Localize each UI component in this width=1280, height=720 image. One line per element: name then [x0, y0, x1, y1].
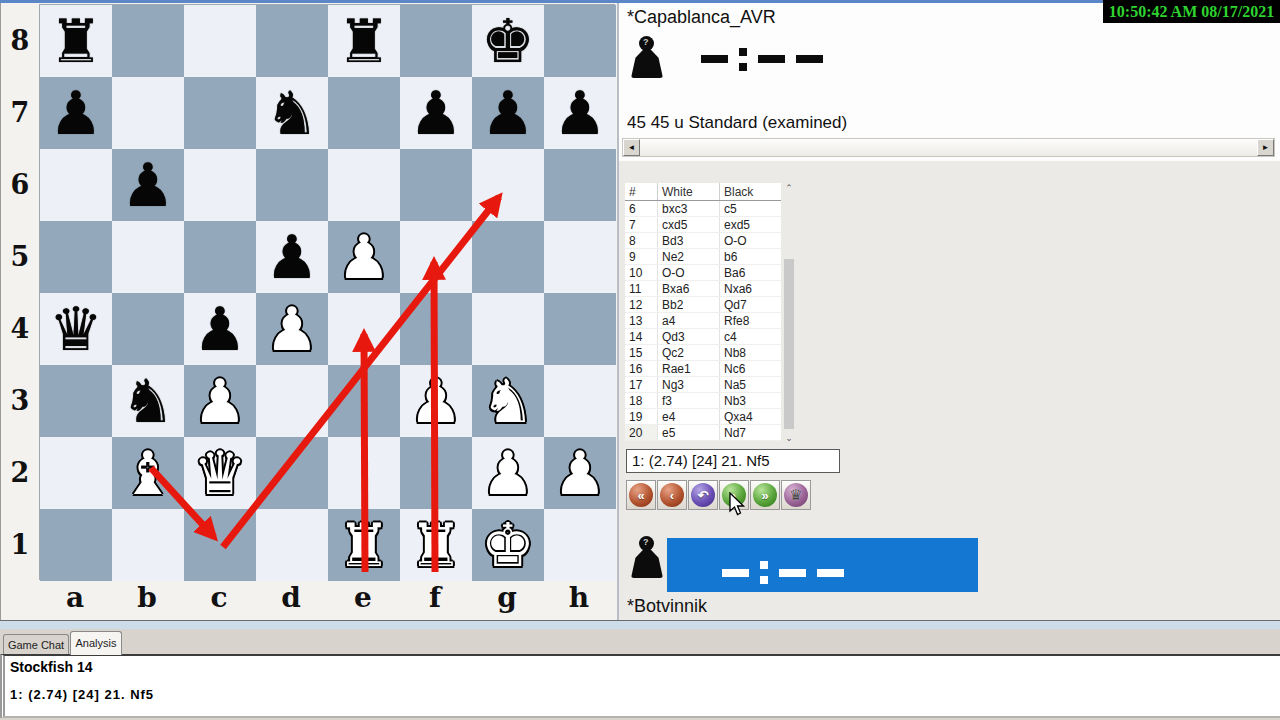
- engine-name: Stockfish 14: [10, 659, 92, 675]
- black-queen-a4[interactable]: ♛: [49, 293, 103, 365]
- black-move[interactable]: O-O: [720, 233, 781, 248]
- white-move[interactable]: Qd3: [658, 329, 720, 344]
- square-f2[interactable]: [400, 437, 472, 509]
- white-move[interactable]: Bb2: [658, 297, 720, 312]
- move-row-7[interactable]: 7cxd5exd5: [625, 217, 781, 233]
- square-g1[interactable]: ♚: [472, 509, 544, 581]
- move-row-8[interactable]: 8Bd3O-O: [625, 233, 781, 249]
- white-bishop-b2[interactable]: ♝: [121, 437, 175, 509]
- right-panel: *Capablanca_AVR 45 45 u Standard (examin…: [619, 3, 1280, 620]
- square-a7[interactable]: ♟: [40, 77, 112, 149]
- move-row-9[interactable]: 9Ne2b6: [625, 249, 781, 265]
- move-number[interactable]: 17: [625, 377, 658, 392]
- step-back-button[interactable]: ‹: [657, 480, 687, 510]
- white-clock: [701, 41, 823, 77]
- square-g4[interactable]: [472, 293, 544, 365]
- black-rook-a8[interactable]: ♜: [49, 5, 103, 77]
- jump-to-end-button[interactable]: »: [750, 480, 780, 510]
- file-label-g: g: [471, 581, 543, 621]
- square-h5[interactable]: [544, 221, 616, 293]
- scroll-right-button[interactable]: ►: [1257, 139, 1274, 156]
- rank-label-1: 1: [1, 508, 39, 580]
- square-c2[interactable]: ♛: [184, 437, 256, 509]
- square-d4[interactable]: ♟: [256, 293, 328, 365]
- white-move[interactable]: e4: [658, 409, 720, 424]
- square-d5[interactable]: ♟: [256, 221, 328, 293]
- black-pawn-h7[interactable]: ♟: [553, 77, 607, 149]
- black-pawn-b6[interactable]: ♟: [121, 149, 175, 221]
- square-f3[interactable]: ♟: [400, 365, 472, 437]
- move-list-header: #WhiteBlack: [625, 183, 781, 201]
- square-a4[interactable]: ♛: [40, 293, 112, 365]
- white-pawn-f3[interactable]: ♟: [409, 365, 463, 437]
- square-h8[interactable]: [544, 5, 616, 77]
- white-pawn-e5[interactable]: ♟: [337, 221, 391, 293]
- black-move[interactable]: Na5: [720, 377, 781, 392]
- white-pawn-d4[interactable]: ♟: [265, 293, 319, 365]
- square-e5[interactable]: ♟: [328, 221, 400, 293]
- white-move[interactable]: Bd3: [658, 233, 720, 248]
- square-d2[interactable]: [256, 437, 328, 509]
- move-number[interactable]: 13: [625, 313, 658, 328]
- black-move[interactable]: c4: [720, 329, 781, 344]
- white-pawn-g2[interactable]: ♟: [481, 437, 535, 509]
- square-c8[interactable]: [184, 5, 256, 77]
- square-e3[interactable]: [328, 365, 400, 437]
- black-move[interactable]: Nd7: [720, 425, 781, 440]
- move-list[interactable]: #WhiteBlack6bxc3c57cxd5exd58Bd3O-O9Ne2b6…: [625, 183, 781, 441]
- black-move[interactable]: Nc6: [720, 361, 781, 376]
- square-c7[interactable]: [184, 77, 256, 149]
- rank-label-8: 8: [1, 4, 39, 76]
- move-row-19[interactable]: 19e4Qxa4: [625, 409, 781, 425]
- column-header-num: #: [625, 183, 658, 200]
- tab-analysis[interactable]: Analysis: [70, 631, 122, 655]
- chess-gui-window: 87654321 ♜♜♚♟♞♟♟♟♟♟♟♛♟♟♞♟♟♞♝♛♟♟♜♜♚ abcde…: [0, 0, 1280, 720]
- square-a5[interactable]: [40, 221, 112, 293]
- square-f8[interactable]: [400, 5, 472, 77]
- column-header-Black: Black: [720, 183, 781, 200]
- move-number[interactable]: 11: [625, 281, 658, 296]
- move-number[interactable]: 10: [625, 265, 658, 280]
- square-f7[interactable]: ♟: [400, 77, 472, 149]
- square-b5[interactable]: [112, 221, 184, 293]
- square-b3[interactable]: ♞: [112, 365, 184, 437]
- black-player-name: *Botvinnik: [627, 596, 707, 617]
- move-row-18[interactable]: 18f3Nb3: [625, 393, 781, 409]
- square-h1[interactable]: [544, 509, 616, 581]
- square-d1[interactable]: [256, 509, 328, 581]
- move-row-17[interactable]: 17Ng3Na5: [625, 377, 781, 393]
- move-row-6[interactable]: 6bxc3c5: [625, 201, 781, 217]
- square-h4[interactable]: [544, 293, 616, 365]
- square-e7[interactable]: [328, 77, 400, 149]
- file-labels: abcdefgh: [39, 581, 615, 621]
- square-a1[interactable]: [40, 509, 112, 581]
- black-move[interactable]: b6: [720, 249, 781, 264]
- file-label-h: h: [543, 581, 615, 621]
- scroll-up-icon[interactable]: ⌃: [782, 183, 796, 195]
- white-move[interactable]: Rae1: [658, 361, 720, 376]
- black-pawn-d5[interactable]: ♟: [265, 221, 319, 293]
- black-move[interactable]: Nb8: [720, 345, 781, 360]
- square-g5[interactable]: [472, 221, 544, 293]
- move-row-16[interactable]: 16Rae1Nc6: [625, 361, 781, 377]
- white-pawn-h2[interactable]: ♟: [553, 437, 607, 509]
- square-b6[interactable]: ♟: [112, 149, 184, 221]
- file-label-b: b: [111, 581, 183, 621]
- square-f1[interactable]: ♜: [400, 509, 472, 581]
- white-queen-c2[interactable]: ♛: [193, 437, 247, 509]
- square-b2[interactable]: ♝: [112, 437, 184, 509]
- rank-label-7: 7: [1, 76, 39, 148]
- jump-to-start-icon: «: [629, 483, 653, 507]
- square-e1[interactable]: ♜: [328, 509, 400, 581]
- tab-game-chat[interactable]: Game Chat: [3, 634, 69, 654]
- move-row-13[interactable]: 13a4Rfe8: [625, 313, 781, 329]
- jump-to-end-icon: »: [753, 483, 777, 507]
- black-pawn-f7[interactable]: ♟: [409, 77, 463, 149]
- step-back-icon: ‹: [660, 483, 684, 507]
- step-forward-icon: ›: [722, 483, 746, 507]
- rank-label-6: 6: [1, 148, 39, 220]
- file-label-c: c: [183, 581, 255, 621]
- square-c3[interactable]: ♟: [184, 365, 256, 437]
- square-d6[interactable]: [256, 149, 328, 221]
- timestamp-overlay: 10:50:42 AM 08/17/2021: [1103, 0, 1280, 23]
- black-move[interactable]: exd5: [720, 217, 781, 232]
- white-move[interactable]: cxd5: [658, 217, 720, 232]
- white-move[interactable]: f3: [658, 393, 720, 408]
- square-c4[interactable]: ♟: [184, 293, 256, 365]
- white-move[interactable]: e5: [658, 425, 720, 440]
- white-move[interactable]: Ne2: [658, 249, 720, 264]
- white-knight-g3[interactable]: ♞: [481, 365, 535, 437]
- square-f5[interactable]: [400, 221, 472, 293]
- engine-play-icon: ♛: [784, 483, 808, 507]
- analysis-output: Stockfish 14 1: (2.74) [24] 21. Nf5: [0, 654, 1280, 718]
- white-king-g1[interactable]: ♚: [481, 509, 535, 581]
- black-player-avatar-icon: [629, 536, 665, 578]
- square-a2[interactable]: [40, 437, 112, 509]
- rank-label-2: 2: [1, 436, 39, 508]
- move-number[interactable]: 6: [625, 201, 658, 216]
- white-move[interactable]: O-O: [658, 265, 720, 280]
- move-list-scrollbar-thumb[interactable]: [784, 259, 794, 429]
- file-label-f: f: [399, 581, 471, 621]
- navigation-toolbar: «‹↶›»♛: [626, 480, 811, 510]
- square-d8[interactable]: [256, 5, 328, 77]
- square-e2[interactable]: [328, 437, 400, 509]
- square-g6[interactable]: [472, 149, 544, 221]
- black-pawn-a7[interactable]: ♟: [49, 77, 103, 149]
- engine-play-button[interactable]: ♛: [781, 480, 811, 510]
- square-a8[interactable]: ♜: [40, 5, 112, 77]
- revert-icon: ↶: [691, 483, 715, 507]
- black-pawn-g7[interactable]: ♟: [481, 77, 535, 149]
- jump-to-start-button[interactable]: «: [626, 480, 656, 510]
- square-h2[interactable]: ♟: [544, 437, 616, 509]
- black-move[interactable]: c5: [720, 201, 781, 216]
- black-clock-highlight: [667, 538, 978, 592]
- rank-label-3: 3: [1, 364, 39, 436]
- move-row-14[interactable]: 14Qd3c4: [625, 329, 781, 345]
- move-number[interactable]: 12: [625, 297, 658, 312]
- engine-evaluation-box: 1: (2.74) [24] 21. Nf5: [626, 449, 840, 473]
- chess-board[interactable]: ♜♜♚♟♞♟♟♟♟♟♟♛♟♟♞♟♟♞♝♛♟♟♜♜♚: [39, 4, 615, 580]
- white-player-name: *Capablanca_AVR: [627, 7, 776, 28]
- square-h6[interactable]: [544, 149, 616, 221]
- revert-button[interactable]: ↶: [688, 480, 718, 510]
- black-move[interactable]: Ba6: [720, 265, 781, 280]
- square-d7[interactable]: ♞: [256, 77, 328, 149]
- black-move[interactable]: Nxa6: [720, 281, 781, 296]
- game-list-scrollbar[interactable]: ◄ ►: [622, 138, 1275, 157]
- black-move[interactable]: Qd7: [720, 297, 781, 312]
- white-move[interactable]: a4: [658, 313, 720, 328]
- engine-pv-line: 1: (2.74) [24] 21. Nf5: [10, 687, 154, 702]
- move-number[interactable]: 18: [625, 393, 658, 408]
- board-region: 87654321 ♜♜♚♟♞♟♟♟♟♟♟♛♟♟♞♟♟♞♝♛♟♟♜♜♚ abcde…: [0, 3, 617, 621]
- scroll-down-icon[interactable]: ⌄: [782, 433, 796, 445]
- square-g3[interactable]: ♞: [472, 365, 544, 437]
- bottom-divider: [0, 620, 1280, 629]
- square-c6[interactable]: [184, 149, 256, 221]
- move-row-11[interactable]: 11Bxa6Nxa6: [625, 281, 781, 297]
- white-pawn-c3[interactable]: ♟: [193, 365, 247, 437]
- black-knight-b3[interactable]: ♞: [121, 365, 175, 437]
- file-label-e: e: [327, 581, 399, 621]
- move-row-15[interactable]: 15Qc2Nb8: [625, 345, 781, 361]
- black-clock: [722, 561, 844, 584]
- move-number[interactable]: 16: [625, 361, 658, 376]
- square-f4[interactable]: [400, 293, 472, 365]
- square-h7[interactable]: ♟: [544, 77, 616, 149]
- square-e4[interactable]: [328, 293, 400, 365]
- timestamp-text: 10:50:42 AM 08/17/2021: [1109, 3, 1274, 21]
- square-g8[interactable]: ♚: [472, 5, 544, 77]
- white-move[interactable]: Bxa6: [658, 281, 720, 296]
- column-header-White: White: [658, 183, 720, 200]
- white-rook-e1[interactable]: ♜: [337, 509, 391, 581]
- square-g2[interactable]: ♟: [472, 437, 544, 509]
- square-f6[interactable]: [400, 149, 472, 221]
- black-rook-e8[interactable]: ♜: [337, 5, 391, 77]
- rank-label-5: 5: [1, 220, 39, 292]
- square-c5[interactable]: [184, 221, 256, 293]
- file-label-d: d: [255, 581, 327, 621]
- move-row-10[interactable]: 10O-OBa6: [625, 265, 781, 281]
- move-list-scrollbar[interactable]: ⌃ ⌄: [782, 183, 796, 445]
- game-status-line: 45 45 u Standard (examined): [627, 113, 847, 133]
- black-move[interactable]: Rfe8: [720, 313, 781, 328]
- rank-label-4: 4: [1, 292, 39, 364]
- move-number[interactable]: 19: [625, 409, 658, 424]
- black-knight-d7[interactable]: ♞: [265, 77, 319, 149]
- white-rook-f1[interactable]: ♜: [409, 509, 463, 581]
- white-player-avatar-icon: [629, 36, 665, 78]
- square-d3[interactable]: [256, 365, 328, 437]
- file-label-a: a: [39, 581, 111, 621]
- square-e6[interactable]: [328, 149, 400, 221]
- step-forward-button[interactable]: ›: [719, 480, 749, 510]
- square-c1[interactable]: [184, 509, 256, 581]
- move-row-12[interactable]: 12Bb2Qd7: [625, 297, 781, 313]
- black-king-g8[interactable]: ♚: [481, 5, 535, 77]
- black-move[interactable]: Nb3: [720, 393, 781, 408]
- square-b7[interactable]: [112, 77, 184, 149]
- console-tabbar: Game Chat Analysis: [0, 629, 1280, 654]
- rank-labels: 87654321: [1, 4, 39, 580]
- move-row-20[interactable]: 20e5Nd7: [625, 425, 781, 441]
- move-number[interactable]: 8: [625, 233, 658, 248]
- move-number[interactable]: 9: [625, 249, 658, 264]
- scroll-left-button[interactable]: ◄: [623, 139, 640, 156]
- square-b8[interactable]: [112, 5, 184, 77]
- white-move[interactable]: Qc2: [658, 345, 720, 360]
- black-move[interactable]: Qxa4: [720, 409, 781, 424]
- square-e8[interactable]: ♜: [328, 5, 400, 77]
- move-number[interactable]: 7: [625, 217, 658, 232]
- square-h3[interactable]: [544, 365, 616, 437]
- square-g7[interactable]: ♟: [472, 77, 544, 149]
- square-b4[interactable]: [112, 293, 184, 365]
- black-pawn-c4[interactable]: ♟: [193, 293, 247, 365]
- move-number[interactable]: 15: [625, 345, 658, 360]
- square-b1[interactable]: [112, 509, 184, 581]
- white-move[interactable]: Ng3: [658, 377, 720, 392]
- move-number[interactable]: 14: [625, 329, 658, 344]
- square-a6[interactable]: [40, 149, 112, 221]
- console-panel: Game Chat Analysis Stockfish 14 1: (2.74…: [0, 629, 1280, 720]
- move-number[interactable]: 20: [625, 425, 658, 440]
- square-a3[interactable]: [40, 365, 112, 437]
- white-move[interactable]: bxc3: [658, 201, 720, 216]
